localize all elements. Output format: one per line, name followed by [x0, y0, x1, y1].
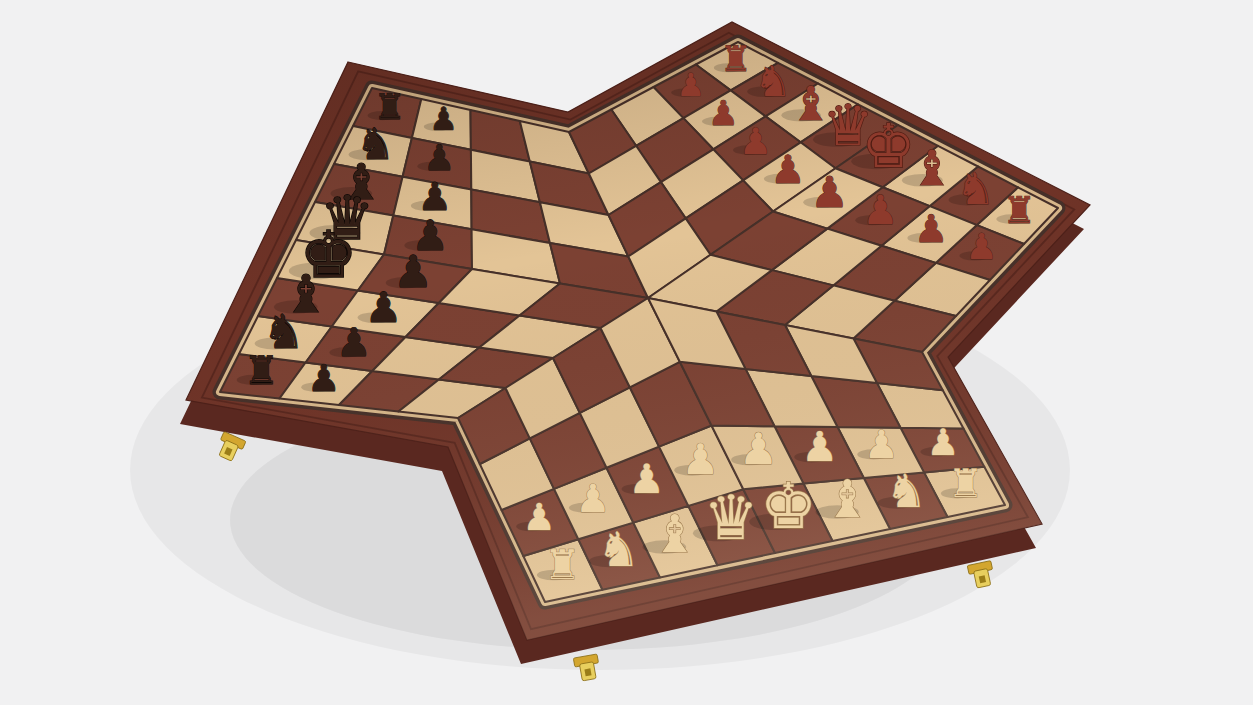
red-knight[interactable]: ♞ [956, 163, 995, 214]
red-pawn[interactable]: ♟ [677, 66, 706, 103]
white-rook[interactable]: ♜ [948, 461, 983, 506]
white-bishop[interactable]: ♝ [824, 469, 870, 529]
white-rook[interactable]: ♜ [544, 541, 581, 589]
black-pawn[interactable]: ♟ [429, 100, 458, 138]
red-pawn[interactable]: ♟ [966, 226, 998, 267]
three-player-chess-board: ♜♞♟♝♜♟♟♛♟♞♚♟♟♝♝♞♟♟♜♟♛♟♟♟♚♟♝♟♞♟♜♟♟♟♟♟♟♟♜♞… [0, 0, 1253, 705]
white-pawn[interactable]: ♟ [864, 422, 899, 467]
white-knight[interactable]: ♞ [886, 464, 928, 518]
red-pawn[interactable]: ♟ [914, 207, 948, 251]
white-pawn[interactable]: ♟ [927, 421, 960, 464]
product-photo-scene: ♜♞♟♝♜♟♟♛♟♞♚♟♟♝♝♞♟♟♜♟♛♟♟♟♚♟♝♟♞♟♜♟♟♟♟♟♟♟♜♞… [0, 0, 1253, 705]
white-pawn[interactable]: ♟ [739, 424, 778, 474]
red-pawn[interactable]: ♟ [862, 187, 898, 234]
white-pawn[interactable]: ♟ [576, 476, 611, 521]
white-pawn[interactable]: ♟ [523, 495, 556, 539]
red-pawn[interactable]: ♟ [708, 93, 739, 133]
white-knight[interactable]: ♞ [597, 522, 640, 577]
red-pawn[interactable]: ♟ [811, 168, 849, 217]
red-knight[interactable]: ♞ [754, 57, 791, 106]
red-bishop[interactable]: ♝ [910, 140, 954, 196]
red-pawn[interactable]: ♟ [771, 147, 806, 192]
black-pawn[interactable]: ♟ [336, 320, 371, 365]
red-pawn[interactable]: ♟ [739, 120, 772, 163]
white-king[interactable]: ♚ [760, 469, 817, 543]
white-pawn[interactable]: ♟ [629, 455, 665, 503]
black-rook[interactable]: ♜ [243, 348, 278, 393]
red-rook[interactable]: ♜ [1003, 189, 1036, 232]
white-pawn[interactable]: ♟ [801, 423, 838, 471]
black-pawn[interactable]: ♟ [308, 357, 341, 400]
white-pawn[interactable]: ♟ [682, 435, 720, 484]
red-king[interactable]: ♚ [862, 111, 916, 181]
black-pawn[interactable]: ♟ [423, 137, 455, 178]
white-queen[interactable]: ♛ [703, 482, 758, 553]
red-rook[interactable]: ♜ [720, 38, 751, 79]
white-bishop[interactable]: ♝ [651, 504, 698, 564]
